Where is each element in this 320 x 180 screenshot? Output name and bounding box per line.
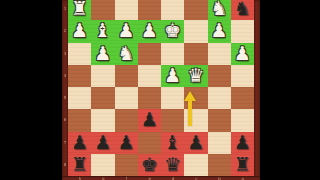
square-d3[interactable] <box>161 43 184 65</box>
square-d2[interactable]: ♚ <box>161 20 184 42</box>
square-a3[interactable]: ♟ <box>231 43 254 65</box>
board-border-right <box>254 0 260 180</box>
square-b7[interactable] <box>208 132 231 154</box>
square-c5[interactable] <box>184 87 207 109</box>
square-g6[interactable] <box>91 109 114 131</box>
square-a5[interactable] <box>231 87 254 109</box>
square-e7[interactable] <box>138 132 161 154</box>
square-g8[interactable] <box>91 154 114 176</box>
square-b8[interactable] <box>208 154 231 176</box>
white-P-on-d4[interactable]: ♟ <box>164 65 181 85</box>
white-P-on-b2[interactable]: ♟ <box>211 20 228 40</box>
square-f2[interactable]: ♟ <box>115 20 138 42</box>
rank-label-8: 8 <box>62 163 68 167</box>
video-letterbox-background: { "game": "chess", "scene": { "descripti… <box>0 0 320 180</box>
square-e8[interactable]: ♚ <box>138 154 161 176</box>
white-P-on-a3[interactable]: ♟ <box>234 43 251 63</box>
square-b1[interactable]: ♞ <box>208 0 231 20</box>
white-P-on-h2[interactable]: ♟ <box>71 20 88 40</box>
file-label-c: c <box>191 177 201 180</box>
square-f3[interactable]: ♞ <box>115 43 138 65</box>
square-b4[interactable] <box>208 65 231 87</box>
square-d4[interactable]: ♟ <box>161 65 184 87</box>
square-g5[interactable] <box>91 87 114 109</box>
square-e2[interactable]: ♟ <box>138 20 161 42</box>
rank-label-2: 2 <box>62 29 68 33</box>
square-e4[interactable] <box>138 65 161 87</box>
white-R-on-h1[interactable]: ♜ <box>71 0 88 18</box>
white-K-on-d2[interactable]: ♚ <box>164 20 181 40</box>
square-e6[interactable]: ♟ <box>138 109 161 131</box>
square-c3[interactable] <box>184 43 207 65</box>
file-label-h: h <box>75 177 85 180</box>
chess-board[interactable]: ♜♞♞♟♝♟♟♚♟♟♞♟♟♛♟♟♟♟♝♟♟♜♚♛♜ <box>68 0 254 176</box>
square-h1[interactable]: ♜ <box>68 0 91 20</box>
square-a8[interactable]: ♜ <box>231 154 254 176</box>
white-P-on-g3[interactable]: ♟ <box>94 43 111 63</box>
square-b2[interactable]: ♟ <box>208 20 231 42</box>
square-h8[interactable]: ♜ <box>68 154 91 176</box>
square-g1[interactable] <box>91 0 114 20</box>
white-N-on-f3[interactable]: ♞ <box>118 43 135 63</box>
black-R-on-h8[interactable]: ♜ <box>71 154 88 174</box>
square-h6[interactable] <box>68 109 91 131</box>
square-d5[interactable] <box>161 87 184 109</box>
black-N-on-a1[interactable]: ♞ <box>234 0 251 18</box>
black-P-on-a7[interactable]: ♟ <box>234 132 251 152</box>
square-a2[interactable] <box>231 20 254 42</box>
chess-board-frame: ♜♞♞♟♝♟♟♚♟♟♞♟♟♛♟♟♟♟♝♟♟♜♚♛♜ 12345678 hgfed… <box>62 0 260 180</box>
rank-label-7: 7 <box>62 141 68 145</box>
square-c7[interactable]: ♟ <box>184 132 207 154</box>
square-h4[interactable] <box>68 65 91 87</box>
square-f7[interactable]: ♟ <box>115 132 138 154</box>
black-P-on-h7[interactable]: ♟ <box>71 132 88 152</box>
square-g2[interactable]: ♝ <box>91 20 114 42</box>
file-label-g: g <box>98 177 108 180</box>
board-border-bottom <box>62 176 260 180</box>
black-P-on-f7[interactable]: ♟ <box>118 132 135 152</box>
square-g7[interactable]: ♟ <box>91 132 114 154</box>
square-d1[interactable] <box>161 0 184 20</box>
square-b6[interactable] <box>208 109 231 131</box>
square-c4[interactable]: ♛ <box>184 65 207 87</box>
rank-label-5: 5 <box>62 96 68 100</box>
black-K-on-e8[interactable]: ♚ <box>141 154 158 174</box>
file-label-f: f <box>122 177 132 180</box>
file-label-b: b <box>215 177 225 180</box>
black-P-on-c7[interactable]: ♟ <box>187 132 204 152</box>
square-d6[interactable] <box>161 109 184 131</box>
square-h2[interactable]: ♟ <box>68 20 91 42</box>
square-a4[interactable] <box>231 65 254 87</box>
file-label-a: a <box>238 177 248 180</box>
black-R-on-a8[interactable]: ♜ <box>234 154 251 174</box>
square-e5[interactable] <box>138 87 161 109</box>
rank-label-1: 1 <box>62 7 68 11</box>
white-P-on-e2[interactable]: ♟ <box>141 20 158 40</box>
file-label-e: e <box>145 177 155 180</box>
square-d8[interactable]: ♛ <box>161 154 184 176</box>
square-e3[interactable] <box>138 43 161 65</box>
square-b5[interactable] <box>208 87 231 109</box>
square-f6[interactable] <box>115 109 138 131</box>
square-h5[interactable] <box>68 87 91 109</box>
square-f1[interactable] <box>115 0 138 20</box>
square-g3[interactable]: ♟ <box>91 43 114 65</box>
rank-label-3: 3 <box>62 52 68 56</box>
black-B-on-d7[interactable]: ♝ <box>164 132 181 152</box>
black-Q-on-d8[interactable]: ♛ <box>164 154 181 174</box>
square-c2[interactable] <box>184 20 207 42</box>
square-c8[interactable] <box>184 154 207 176</box>
square-a6[interactable] <box>231 109 254 131</box>
black-P-on-e6[interactable]: ♟ <box>141 109 158 129</box>
square-c6[interactable] <box>184 109 207 131</box>
square-h7[interactable]: ♟ <box>68 132 91 154</box>
square-c1[interactable] <box>184 0 207 20</box>
white-Q-on-c4[interactable]: ♛ <box>187 65 204 85</box>
white-B-on-g2[interactable]: ♝ <box>94 20 111 40</box>
square-g4[interactable] <box>91 65 114 87</box>
square-d7[interactable]: ♝ <box>161 132 184 154</box>
rank-label-6: 6 <box>62 118 68 122</box>
square-f5[interactable] <box>115 87 138 109</box>
square-a1[interactable]: ♞ <box>231 0 254 20</box>
rank-label-4: 4 <box>62 74 68 78</box>
square-e1[interactable] <box>138 0 161 20</box>
square-f4[interactable] <box>115 65 138 87</box>
file-label-d: d <box>168 177 178 180</box>
white-N-on-b1[interactable]: ♞ <box>211 0 228 18</box>
square-h3[interactable] <box>68 43 91 65</box>
square-b3[interactable] <box>208 43 231 65</box>
white-P-on-f2[interactable]: ♟ <box>118 20 135 40</box>
black-P-on-g7[interactable]: ♟ <box>94 132 111 152</box>
square-f8[interactable] <box>115 154 138 176</box>
square-a7[interactable]: ♟ <box>231 132 254 154</box>
